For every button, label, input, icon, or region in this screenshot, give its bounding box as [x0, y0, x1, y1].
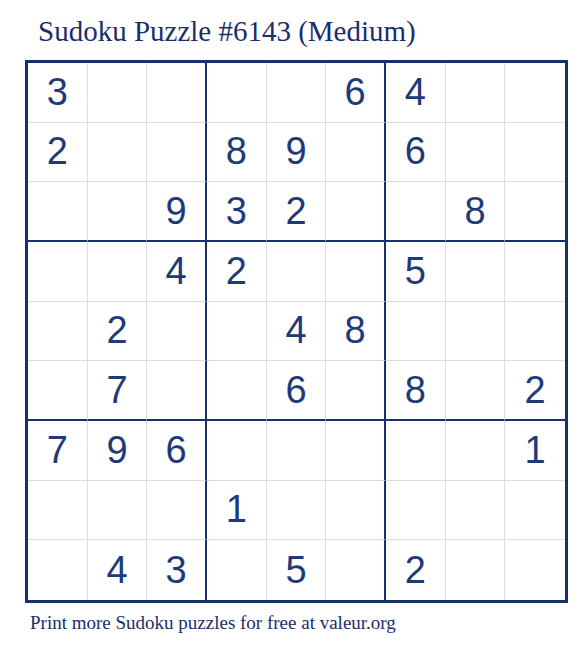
sudoku-board: 364289693284252487682796114352	[25, 60, 568, 603]
cell-r7c7[interactable]	[386, 421, 446, 481]
cell-r7c4[interactable]	[207, 421, 267, 481]
cell-r4c9[interactable]	[505, 242, 565, 302]
cell-r2c6[interactable]	[326, 123, 386, 183]
cell-r5c3[interactable]	[147, 302, 207, 362]
cell-r9c6[interactable]	[326, 540, 386, 600]
cell-r7c6[interactable]	[326, 421, 386, 481]
cell-r1c5[interactable]	[267, 63, 327, 123]
cell-r2c9[interactable]	[505, 123, 565, 183]
cell-r8c8[interactable]	[446, 481, 506, 541]
cell-r5c1[interactable]	[28, 302, 88, 362]
cell-r4c2[interactable]	[88, 242, 148, 302]
cell-r6c2[interactable]: 7	[88, 361, 148, 421]
cell-r3c4[interactable]: 3	[207, 182, 267, 242]
cell-r8c1[interactable]	[28, 481, 88, 541]
cell-r6c3[interactable]	[147, 361, 207, 421]
cell-r2c5[interactable]: 9	[267, 123, 327, 183]
cell-r2c1[interactable]: 2	[28, 123, 88, 183]
cell-r9c7[interactable]: 2	[386, 540, 446, 600]
cell-r4c7[interactable]: 5	[386, 242, 446, 302]
cell-r5c4[interactable]	[207, 302, 267, 362]
cell-r3c1[interactable]	[28, 182, 88, 242]
cell-r3c3[interactable]: 9	[147, 182, 207, 242]
cell-r1c7[interactable]: 4	[386, 63, 446, 123]
cell-r9c9[interactable]	[505, 540, 565, 600]
cell-r8c3[interactable]	[147, 481, 207, 541]
cell-r6c7[interactable]: 8	[386, 361, 446, 421]
cell-r2c3[interactable]	[147, 123, 207, 183]
cell-r5c2[interactable]: 2	[88, 302, 148, 362]
cell-r6c5[interactable]: 6	[267, 361, 327, 421]
cell-r7c8[interactable]	[446, 421, 506, 481]
cell-r9c1[interactable]	[28, 540, 88, 600]
footer-text: Print more Sudoku puzzles for free at va…	[30, 612, 396, 634]
cell-r6c4[interactable]	[207, 361, 267, 421]
cell-r2c4[interactable]: 8	[207, 123, 267, 183]
cell-r3c6[interactable]	[326, 182, 386, 242]
cell-r9c2[interactable]: 4	[88, 540, 148, 600]
cell-r3c7[interactable]	[386, 182, 446, 242]
cell-r3c5[interactable]: 2	[267, 182, 327, 242]
cell-r2c2[interactable]	[88, 123, 148, 183]
cell-r5c5[interactable]: 4	[267, 302, 327, 362]
cell-r1c8[interactable]	[446, 63, 506, 123]
cell-r3c8[interactable]: 8	[446, 182, 506, 242]
cell-r4c1[interactable]	[28, 242, 88, 302]
cell-r1c3[interactable]	[147, 63, 207, 123]
cell-r1c4[interactable]	[207, 63, 267, 123]
cell-r9c3[interactable]: 3	[147, 540, 207, 600]
cell-r9c4[interactable]	[207, 540, 267, 600]
cell-r2c7[interactable]: 6	[386, 123, 446, 183]
cell-r6c6[interactable]	[326, 361, 386, 421]
cell-r6c1[interactable]	[28, 361, 88, 421]
cell-r5c8[interactable]	[446, 302, 506, 362]
cell-r8c2[interactable]	[88, 481, 148, 541]
cell-r8c7[interactable]	[386, 481, 446, 541]
cell-r9c8[interactable]	[446, 540, 506, 600]
cell-r7c9[interactable]: 1	[505, 421, 565, 481]
cell-r1c2[interactable]	[88, 63, 148, 123]
cell-r7c1[interactable]: 7	[28, 421, 88, 481]
cell-r4c8[interactable]	[446, 242, 506, 302]
cell-r6c8[interactable]	[446, 361, 506, 421]
cell-r4c5[interactable]	[267, 242, 327, 302]
cell-r8c6[interactable]	[326, 481, 386, 541]
page-title: Sudoku Puzzle #6143 (Medium)	[38, 15, 416, 48]
cell-r3c9[interactable]	[505, 182, 565, 242]
cell-r1c1[interactable]: 3	[28, 63, 88, 123]
cell-r6c9[interactable]: 2	[505, 361, 565, 421]
cell-r8c9[interactable]	[505, 481, 565, 541]
cell-r4c3[interactable]: 4	[147, 242, 207, 302]
cell-r4c6[interactable]	[326, 242, 386, 302]
page: Sudoku Puzzle #6143 (Medium) 36428969328…	[0, 0, 574, 651]
cell-r7c3[interactable]: 6	[147, 421, 207, 481]
cell-r3c2[interactable]	[88, 182, 148, 242]
cell-r5c6[interactable]: 8	[326, 302, 386, 362]
cell-r5c7[interactable]	[386, 302, 446, 362]
cell-r8c4[interactable]: 1	[207, 481, 267, 541]
cell-r5c9[interactable]	[505, 302, 565, 362]
cell-r7c5[interactable]	[267, 421, 327, 481]
cell-r8c5[interactable]	[267, 481, 327, 541]
cell-r7c2[interactable]: 9	[88, 421, 148, 481]
cell-r4c4[interactable]: 2	[207, 242, 267, 302]
cell-r2c8[interactable]	[446, 123, 506, 183]
cell-r1c6[interactable]: 6	[326, 63, 386, 123]
cell-r1c9[interactable]	[505, 63, 565, 123]
cell-r9c5[interactable]: 5	[267, 540, 327, 600]
